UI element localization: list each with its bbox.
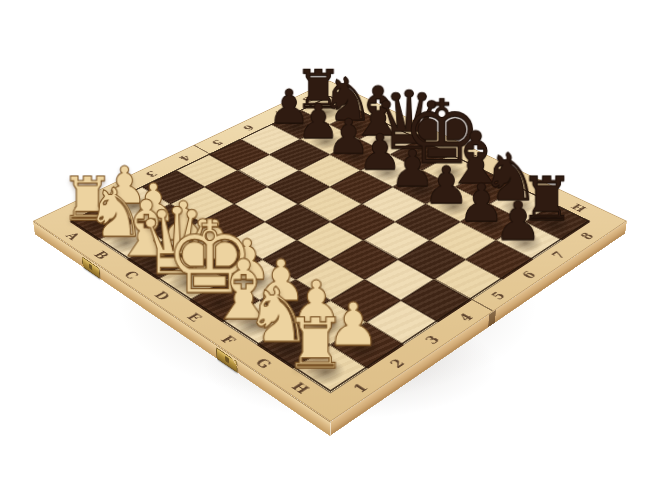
board-frame-grid: ABCDEFGH8♜♞♝♛♚♝♞♜87♟♟♟♟♟♟♟♟7665544332♟♟♟… [33, 81, 627, 422]
piece-white-rook[interactable]: ♜ [284, 308, 347, 378]
chess-set-photo: ABCDEFGH8♜♞♝♛♚♝♞♜87♟♟♟♟♟♟♟♟7665544332♟♟♟… [0, 0, 655, 481]
scene: ABCDEFGH8♜♞♝♛♚♝♞♜87♟♟♟♟♟♟♟♟7665544332♟♟♟… [0, 0, 655, 481]
piece-black-pawn[interactable]: ♟ [494, 194, 542, 247]
chess-board: ABCDEFGH8♜♞♝♛♚♝♞♜87♟♟♟♟♟♟♟♟7665544332♟♟♟… [33, 81, 627, 422]
